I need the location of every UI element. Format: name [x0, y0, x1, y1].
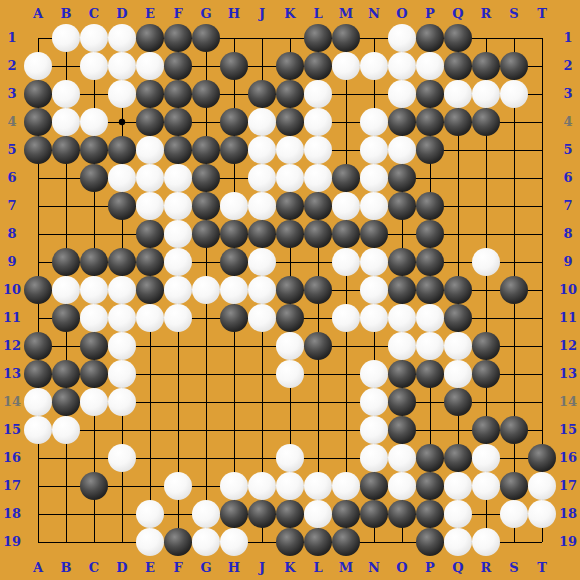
intersection-C8[interactable] [80, 220, 108, 248]
intersection-B7[interactable] [52, 192, 80, 220]
intersection-Q14[interactable] [444, 388, 472, 416]
intersection-C16[interactable] [80, 444, 108, 472]
intersection-K12[interactable] [276, 332, 304, 360]
intersection-P7[interactable] [416, 192, 444, 220]
intersection-E18[interactable] [136, 500, 164, 528]
intersection-S2[interactable] [500, 52, 528, 80]
intersection-L16[interactable] [304, 444, 332, 472]
intersection-J17[interactable] [248, 472, 276, 500]
intersection-A12[interactable] [24, 332, 52, 360]
intersection-S1[interactable] [500, 24, 528, 52]
intersection-N6[interactable] [360, 164, 388, 192]
intersection-F19[interactable] [164, 528, 192, 556]
intersection-H2[interactable] [220, 52, 248, 80]
intersection-A17[interactable] [24, 472, 52, 500]
intersection-T11[interactable] [528, 304, 556, 332]
intersection-R6[interactable] [472, 164, 500, 192]
intersection-P17[interactable] [416, 472, 444, 500]
intersection-G8[interactable] [192, 220, 220, 248]
intersection-D5[interactable] [108, 136, 136, 164]
intersection-H9[interactable] [220, 248, 248, 276]
intersection-M18[interactable] [332, 500, 360, 528]
intersection-E1[interactable] [136, 24, 164, 52]
intersection-A4[interactable] [24, 108, 52, 136]
intersection-P2[interactable] [416, 52, 444, 80]
intersection-B10[interactable] [52, 276, 80, 304]
intersection-B13[interactable] [52, 360, 80, 388]
intersection-P6[interactable] [416, 164, 444, 192]
intersection-C5[interactable] [80, 136, 108, 164]
intersection-N8[interactable] [360, 220, 388, 248]
intersection-G9[interactable] [192, 248, 220, 276]
intersection-H18[interactable] [220, 500, 248, 528]
intersection-B14[interactable] [52, 388, 80, 416]
intersection-K4[interactable] [276, 108, 304, 136]
intersection-K19[interactable] [276, 528, 304, 556]
intersection-J8[interactable] [248, 220, 276, 248]
intersection-G6[interactable] [192, 164, 220, 192]
intersection-Q5[interactable] [444, 136, 472, 164]
intersection-E9[interactable] [136, 248, 164, 276]
intersection-F15[interactable] [164, 416, 192, 444]
intersection-A7[interactable] [24, 192, 52, 220]
intersection-D17[interactable] [108, 472, 136, 500]
intersection-H10[interactable] [220, 276, 248, 304]
intersection-L6[interactable] [304, 164, 332, 192]
intersection-D2[interactable] [108, 52, 136, 80]
intersection-J19[interactable] [248, 528, 276, 556]
intersection-H19[interactable] [220, 528, 248, 556]
intersection-T15[interactable] [528, 416, 556, 444]
intersection-O1[interactable] [388, 24, 416, 52]
intersection-A3[interactable] [24, 80, 52, 108]
intersection-R5[interactable] [472, 136, 500, 164]
intersection-L10[interactable] [304, 276, 332, 304]
intersection-D16[interactable] [108, 444, 136, 472]
intersection-T12[interactable] [528, 332, 556, 360]
intersection-L19[interactable] [304, 528, 332, 556]
intersection-B12[interactable] [52, 332, 80, 360]
intersection-P3[interactable] [416, 80, 444, 108]
intersection-F10[interactable] [164, 276, 192, 304]
intersection-O10[interactable] [388, 276, 416, 304]
intersection-Q6[interactable] [444, 164, 472, 192]
intersection-N11[interactable] [360, 304, 388, 332]
intersection-P16[interactable] [416, 444, 444, 472]
intersection-M15[interactable] [332, 416, 360, 444]
intersection-M14[interactable] [332, 388, 360, 416]
intersection-T8[interactable] [528, 220, 556, 248]
intersection-S16[interactable] [500, 444, 528, 472]
intersection-O14[interactable] [388, 388, 416, 416]
intersection-R18[interactable] [472, 500, 500, 528]
intersection-S7[interactable] [500, 192, 528, 220]
intersection-J12[interactable] [248, 332, 276, 360]
intersection-A2[interactable] [24, 52, 52, 80]
intersection-C11[interactable] [80, 304, 108, 332]
intersection-M4[interactable] [332, 108, 360, 136]
intersection-T4[interactable] [528, 108, 556, 136]
intersection-J15[interactable] [248, 416, 276, 444]
intersection-F7[interactable] [164, 192, 192, 220]
intersection-E6[interactable] [136, 164, 164, 192]
intersection-F11[interactable] [164, 304, 192, 332]
intersection-D12[interactable] [108, 332, 136, 360]
intersection-G2[interactable] [192, 52, 220, 80]
intersection-S18[interactable] [500, 500, 528, 528]
intersection-O9[interactable] [388, 248, 416, 276]
intersection-H13[interactable] [220, 360, 248, 388]
intersection-H5[interactable] [220, 136, 248, 164]
intersection-P11[interactable] [416, 304, 444, 332]
intersection-R8[interactable] [472, 220, 500, 248]
intersection-E3[interactable] [136, 80, 164, 108]
intersection-M9[interactable] [332, 248, 360, 276]
intersection-O12[interactable] [388, 332, 416, 360]
intersection-A15[interactable] [24, 416, 52, 444]
intersection-F13[interactable] [164, 360, 192, 388]
intersection-L18[interactable] [304, 500, 332, 528]
intersection-B17[interactable] [52, 472, 80, 500]
intersection-M6[interactable] [332, 164, 360, 192]
intersection-R12[interactable] [472, 332, 500, 360]
intersection-T3[interactable] [528, 80, 556, 108]
intersection-R4[interactable] [472, 108, 500, 136]
intersection-K9[interactable] [276, 248, 304, 276]
intersection-B5[interactable] [52, 136, 80, 164]
intersection-G10[interactable] [192, 276, 220, 304]
intersection-E8[interactable] [136, 220, 164, 248]
intersection-R3[interactable] [472, 80, 500, 108]
intersection-O11[interactable] [388, 304, 416, 332]
intersection-B4[interactable] [52, 108, 80, 136]
intersection-E7[interactable] [136, 192, 164, 220]
intersection-D7[interactable] [108, 192, 136, 220]
intersection-K18[interactable] [276, 500, 304, 528]
intersection-L14[interactable] [304, 388, 332, 416]
intersection-O13[interactable] [388, 360, 416, 388]
intersection-S3[interactable] [500, 80, 528, 108]
intersection-M13[interactable] [332, 360, 360, 388]
intersection-A8[interactable] [24, 220, 52, 248]
intersection-P14[interactable] [416, 388, 444, 416]
intersection-Q7[interactable] [444, 192, 472, 220]
intersection-M19[interactable] [332, 528, 360, 556]
intersection-O5[interactable] [388, 136, 416, 164]
intersection-Q16[interactable] [444, 444, 472, 472]
intersection-G4[interactable] [192, 108, 220, 136]
intersection-F8[interactable] [164, 220, 192, 248]
intersection-H17[interactable] [220, 472, 248, 500]
intersection-C19[interactable] [80, 528, 108, 556]
intersection-N7[interactable] [360, 192, 388, 220]
intersection-J10[interactable] [248, 276, 276, 304]
intersection-K2[interactable] [276, 52, 304, 80]
intersection-A1[interactable] [24, 24, 52, 52]
intersection-S8[interactable] [500, 220, 528, 248]
intersection-B3[interactable] [52, 80, 80, 108]
intersection-G18[interactable] [192, 500, 220, 528]
intersection-K10[interactable] [276, 276, 304, 304]
intersection-Q17[interactable] [444, 472, 472, 500]
intersection-E17[interactable] [136, 472, 164, 500]
intersection-T19[interactable] [528, 528, 556, 556]
intersection-R10[interactable] [472, 276, 500, 304]
intersection-S15[interactable] [500, 416, 528, 444]
intersection-Q9[interactable] [444, 248, 472, 276]
intersection-G15[interactable] [192, 416, 220, 444]
intersection-D10[interactable] [108, 276, 136, 304]
intersection-N2[interactable] [360, 52, 388, 80]
intersection-D3[interactable] [108, 80, 136, 108]
intersection-B15[interactable] [52, 416, 80, 444]
intersection-R16[interactable] [472, 444, 500, 472]
intersection-K3[interactable] [276, 80, 304, 108]
intersection-S4[interactable] [500, 108, 528, 136]
intersection-L15[interactable] [304, 416, 332, 444]
intersection-M16[interactable] [332, 444, 360, 472]
intersection-N14[interactable] [360, 388, 388, 416]
intersection-Q1[interactable] [444, 24, 472, 52]
intersection-Q8[interactable] [444, 220, 472, 248]
intersection-A6[interactable] [24, 164, 52, 192]
intersection-H8[interactable] [220, 220, 248, 248]
intersection-T7[interactable] [528, 192, 556, 220]
intersection-L13[interactable] [304, 360, 332, 388]
intersection-N3[interactable] [360, 80, 388, 108]
intersection-B6[interactable] [52, 164, 80, 192]
intersection-A5[interactable] [24, 136, 52, 164]
intersection-L9[interactable] [304, 248, 332, 276]
intersection-Q11[interactable] [444, 304, 472, 332]
intersection-D1[interactable] [108, 24, 136, 52]
intersection-N10[interactable] [360, 276, 388, 304]
intersection-R1[interactable] [472, 24, 500, 52]
intersection-G13[interactable] [192, 360, 220, 388]
intersection-G12[interactable] [192, 332, 220, 360]
intersection-A18[interactable] [24, 500, 52, 528]
intersection-R14[interactable] [472, 388, 500, 416]
intersection-A11[interactable] [24, 304, 52, 332]
intersection-R19[interactable] [472, 528, 500, 556]
intersection-B11[interactable] [52, 304, 80, 332]
intersection-N4[interactable] [360, 108, 388, 136]
intersection-D9[interactable] [108, 248, 136, 276]
intersection-F16[interactable] [164, 444, 192, 472]
intersection-N16[interactable] [360, 444, 388, 472]
intersection-F12[interactable] [164, 332, 192, 360]
intersection-D15[interactable] [108, 416, 136, 444]
intersection-M11[interactable] [332, 304, 360, 332]
intersection-L1[interactable] [304, 24, 332, 52]
intersection-A13[interactable] [24, 360, 52, 388]
intersection-H14[interactable] [220, 388, 248, 416]
intersection-N18[interactable] [360, 500, 388, 528]
intersection-E19[interactable] [136, 528, 164, 556]
intersection-H6[interactable] [220, 164, 248, 192]
intersection-C17[interactable] [80, 472, 108, 500]
intersection-Q3[interactable] [444, 80, 472, 108]
intersection-O4[interactable] [388, 108, 416, 136]
intersection-E13[interactable] [136, 360, 164, 388]
intersection-A19[interactable] [24, 528, 52, 556]
intersection-P12[interactable] [416, 332, 444, 360]
intersection-T14[interactable] [528, 388, 556, 416]
intersection-G7[interactable] [192, 192, 220, 220]
intersection-N17[interactable] [360, 472, 388, 500]
intersection-F3[interactable] [164, 80, 192, 108]
intersection-L17[interactable] [304, 472, 332, 500]
intersection-F18[interactable] [164, 500, 192, 528]
intersection-O2[interactable] [388, 52, 416, 80]
intersection-K1[interactable] [276, 24, 304, 52]
intersection-L11[interactable] [304, 304, 332, 332]
intersection-J5[interactable] [248, 136, 276, 164]
intersection-C3[interactable] [80, 80, 108, 108]
intersection-S11[interactable] [500, 304, 528, 332]
intersection-C12[interactable] [80, 332, 108, 360]
intersection-J11[interactable] [248, 304, 276, 332]
intersection-G1[interactable] [192, 24, 220, 52]
intersection-O19[interactable] [388, 528, 416, 556]
intersection-M8[interactable] [332, 220, 360, 248]
intersection-G5[interactable] [192, 136, 220, 164]
intersection-T17[interactable] [528, 472, 556, 500]
intersection-H3[interactable] [220, 80, 248, 108]
intersection-C15[interactable] [80, 416, 108, 444]
intersection-D4[interactable] [108, 108, 136, 136]
intersection-D14[interactable] [108, 388, 136, 416]
intersection-M12[interactable] [332, 332, 360, 360]
intersection-M17[interactable] [332, 472, 360, 500]
intersection-A16[interactable] [24, 444, 52, 472]
intersection-R2[interactable] [472, 52, 500, 80]
intersection-J13[interactable] [248, 360, 276, 388]
intersection-E5[interactable] [136, 136, 164, 164]
intersection-C7[interactable] [80, 192, 108, 220]
intersection-C14[interactable] [80, 388, 108, 416]
intersection-T16[interactable] [528, 444, 556, 472]
intersection-C1[interactable] [80, 24, 108, 52]
intersection-C4[interactable] [80, 108, 108, 136]
intersection-O6[interactable] [388, 164, 416, 192]
intersection-D19[interactable] [108, 528, 136, 556]
intersection-E2[interactable] [136, 52, 164, 80]
intersection-N12[interactable] [360, 332, 388, 360]
intersection-N1[interactable] [360, 24, 388, 52]
intersection-S13[interactable] [500, 360, 528, 388]
intersection-D8[interactable] [108, 220, 136, 248]
intersection-G3[interactable] [192, 80, 220, 108]
intersection-J7[interactable] [248, 192, 276, 220]
intersection-F9[interactable] [164, 248, 192, 276]
intersection-C18[interactable] [80, 500, 108, 528]
intersection-N15[interactable] [360, 416, 388, 444]
intersection-B9[interactable] [52, 248, 80, 276]
intersection-B1[interactable] [52, 24, 80, 52]
intersection-E11[interactable] [136, 304, 164, 332]
intersection-J9[interactable] [248, 248, 276, 276]
intersection-Q10[interactable] [444, 276, 472, 304]
intersection-R13[interactable] [472, 360, 500, 388]
intersection-K14[interactable] [276, 388, 304, 416]
intersection-S10[interactable] [500, 276, 528, 304]
intersection-J14[interactable] [248, 388, 276, 416]
intersection-K11[interactable] [276, 304, 304, 332]
intersection-M1[interactable] [332, 24, 360, 52]
intersection-J2[interactable] [248, 52, 276, 80]
intersection-M7[interactable] [332, 192, 360, 220]
intersection-O17[interactable] [388, 472, 416, 500]
intersection-H7[interactable] [220, 192, 248, 220]
intersection-F4[interactable] [164, 108, 192, 136]
intersection-K7[interactable] [276, 192, 304, 220]
intersection-K8[interactable] [276, 220, 304, 248]
intersection-N9[interactable] [360, 248, 388, 276]
intersection-O16[interactable] [388, 444, 416, 472]
intersection-P5[interactable] [416, 136, 444, 164]
intersection-P18[interactable] [416, 500, 444, 528]
intersection-P10[interactable] [416, 276, 444, 304]
intersection-P13[interactable] [416, 360, 444, 388]
intersection-M5[interactable] [332, 136, 360, 164]
intersection-G11[interactable] [192, 304, 220, 332]
intersection-G16[interactable] [192, 444, 220, 472]
intersection-O7[interactable] [388, 192, 416, 220]
intersection-T9[interactable] [528, 248, 556, 276]
intersection-H1[interactable] [220, 24, 248, 52]
intersection-R11[interactable] [472, 304, 500, 332]
intersection-P15[interactable] [416, 416, 444, 444]
intersection-K5[interactable] [276, 136, 304, 164]
intersection-A14[interactable] [24, 388, 52, 416]
intersection-D11[interactable] [108, 304, 136, 332]
intersection-T10[interactable] [528, 276, 556, 304]
intersection-T13[interactable] [528, 360, 556, 388]
intersection-N13[interactable] [360, 360, 388, 388]
intersection-S17[interactable] [500, 472, 528, 500]
intersection-B18[interactable] [52, 500, 80, 528]
intersection-S6[interactable] [500, 164, 528, 192]
intersection-L7[interactable] [304, 192, 332, 220]
intersection-E10[interactable] [136, 276, 164, 304]
intersection-E12[interactable] [136, 332, 164, 360]
intersection-L4[interactable] [304, 108, 332, 136]
intersection-B19[interactable] [52, 528, 80, 556]
intersection-K13[interactable] [276, 360, 304, 388]
intersection-L12[interactable] [304, 332, 332, 360]
intersection-S5[interactable] [500, 136, 528, 164]
intersection-T5[interactable] [528, 136, 556, 164]
intersection-S14[interactable] [500, 388, 528, 416]
intersection-G17[interactable] [192, 472, 220, 500]
intersection-K17[interactable] [276, 472, 304, 500]
intersection-M3[interactable] [332, 80, 360, 108]
intersection-A9[interactable] [24, 248, 52, 276]
intersection-K15[interactable] [276, 416, 304, 444]
intersection-O8[interactable] [388, 220, 416, 248]
intersection-E15[interactable] [136, 416, 164, 444]
intersection-Q4[interactable] [444, 108, 472, 136]
intersection-E14[interactable] [136, 388, 164, 416]
intersection-T6[interactable] [528, 164, 556, 192]
intersection-Q12[interactable] [444, 332, 472, 360]
intersection-T1[interactable] [528, 24, 556, 52]
intersection-B2[interactable] [52, 52, 80, 80]
intersection-D18[interactable] [108, 500, 136, 528]
intersection-B8[interactable] [52, 220, 80, 248]
intersection-F6[interactable] [164, 164, 192, 192]
